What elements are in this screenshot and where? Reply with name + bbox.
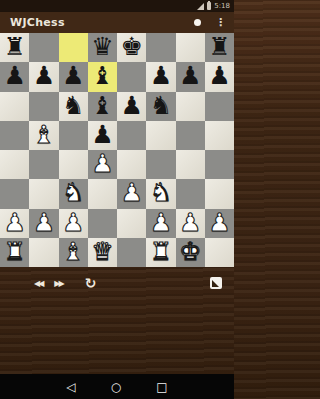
square-g3[interactable] xyxy=(176,179,205,208)
back-icon[interactable]: ◁ xyxy=(66,381,75,393)
status-bar: 5:18 xyxy=(0,0,234,12)
square-f3[interactable]: ♞ xyxy=(146,179,175,208)
white-pawn: ♟ xyxy=(91,150,113,178)
square-h6[interactable] xyxy=(205,92,234,121)
clock-time: 5:18 xyxy=(214,0,230,12)
square-h3[interactable] xyxy=(205,179,234,208)
white-queen: ♛ xyxy=(91,238,113,266)
black-king: ♚ xyxy=(120,33,142,61)
white-pawn: ♟ xyxy=(179,209,201,237)
rewind-button[interactable]: ◀◀ xyxy=(34,279,44,288)
square-b5[interactable]: ♝ xyxy=(29,121,58,150)
square-d3[interactable] xyxy=(88,179,117,208)
white-rook: ♜ xyxy=(3,238,25,266)
square-d6[interactable]: ♝ xyxy=(88,92,117,121)
square-c1[interactable]: ♝ xyxy=(59,238,88,267)
home-icon[interactable]: ○ xyxy=(111,381,121,393)
black-pawn: ♟ xyxy=(150,62,172,90)
square-f2[interactable]: ♟ xyxy=(146,209,175,238)
square-h8[interactable]: ♜ xyxy=(205,33,234,62)
square-a5[interactable] xyxy=(0,121,29,150)
square-f5[interactable] xyxy=(146,121,175,150)
square-d4[interactable]: ♟ xyxy=(88,150,117,179)
white-rook: ♜ xyxy=(150,238,172,266)
square-h7[interactable]: ♟ xyxy=(205,62,234,91)
square-f4[interactable] xyxy=(146,150,175,179)
square-a4[interactable] xyxy=(0,150,29,179)
black-pawn: ♟ xyxy=(208,62,230,90)
square-a3[interactable] xyxy=(0,179,29,208)
white-bishop: ♝ xyxy=(62,238,84,266)
recents-icon[interactable]: □ xyxy=(156,381,167,393)
white-king: ♚ xyxy=(179,238,201,266)
square-b8[interactable] xyxy=(29,33,58,62)
square-c8[interactable] xyxy=(59,33,88,62)
square-d1[interactable]: ♛ xyxy=(88,238,117,267)
app-bar-actions: ⋮ xyxy=(194,17,234,28)
black-bishop: ♝ xyxy=(91,62,113,90)
square-b7[interactable]: ♟ xyxy=(29,62,58,91)
square-g7[interactable]: ♟ xyxy=(176,62,205,91)
android-nav-bar: ◁ ○ □ xyxy=(0,374,234,399)
white-pawn: ♟ xyxy=(208,209,230,237)
black-pawn: ♟ xyxy=(3,62,25,90)
black-bishop: ♝ xyxy=(91,92,113,120)
square-f8[interactable] xyxy=(146,33,175,62)
square-e2[interactable] xyxy=(117,209,146,238)
white-pawn: ♟ xyxy=(33,209,55,237)
square-e6[interactable]: ♟ xyxy=(117,92,146,121)
black-queen: ♛ xyxy=(91,33,113,61)
black-rook: ♜ xyxy=(208,33,230,61)
square-a6[interactable] xyxy=(0,92,29,121)
square-c2[interactable]: ♟ xyxy=(59,209,88,238)
square-d5[interactable]: ♟ xyxy=(88,121,117,150)
square-b3[interactable] xyxy=(29,179,58,208)
square-f6[interactable]: ♞ xyxy=(146,92,175,121)
restart-icon[interactable]: ↻ xyxy=(85,275,97,291)
square-g5[interactable] xyxy=(176,121,205,150)
app-bar: WJChess ⋮ xyxy=(0,12,234,33)
square-e4[interactable] xyxy=(117,150,146,179)
square-e5[interactable] xyxy=(117,121,146,150)
square-g8[interactable] xyxy=(176,33,205,62)
square-g4[interactable] xyxy=(176,150,205,179)
square-b1[interactable] xyxy=(29,238,58,267)
black-pawn: ♟ xyxy=(179,62,201,90)
square-e3[interactable]: ♟ xyxy=(117,179,146,208)
black-rook: ♜ xyxy=(3,33,25,61)
white-pawn: ♟ xyxy=(150,209,172,237)
black-knight: ♞ xyxy=(150,92,172,120)
flip-board-icon[interactable] xyxy=(210,277,222,289)
square-d2[interactable] xyxy=(88,209,117,238)
square-b4[interactable] xyxy=(29,150,58,179)
battery-icon xyxy=(207,2,211,10)
app-title: WJChess xyxy=(0,16,65,29)
square-c3[interactable]: ♞ xyxy=(59,179,88,208)
square-c7[interactable]: ♟ xyxy=(59,62,88,91)
white-knight: ♞ xyxy=(150,179,172,207)
network-signal-icon xyxy=(197,3,204,10)
black-pawn: ♟ xyxy=(33,62,55,90)
square-c5[interactable] xyxy=(59,121,88,150)
square-a7[interactable]: ♟ xyxy=(0,62,29,91)
square-h2[interactable]: ♟ xyxy=(205,209,234,238)
square-e7[interactable] xyxy=(117,62,146,91)
square-h5[interactable] xyxy=(205,121,234,150)
square-d7[interactable]: ♝ xyxy=(88,62,117,91)
white-pawn: ♟ xyxy=(3,209,25,237)
square-c6[interactable]: ♞ xyxy=(59,92,88,121)
turn-indicator-dot xyxy=(194,19,201,26)
square-a2[interactable]: ♟ xyxy=(0,209,29,238)
white-pawn: ♟ xyxy=(120,179,142,207)
game-toolbar: ◀◀ ▶▶ ↻ xyxy=(0,267,234,299)
fast-forward-button[interactable]: ▶▶ xyxy=(54,279,64,288)
white-bishop: ♝ xyxy=(33,121,55,149)
square-c4[interactable] xyxy=(59,150,88,179)
square-f7[interactable]: ♟ xyxy=(146,62,175,91)
square-a1[interactable]: ♜ xyxy=(0,238,29,267)
white-knight: ♞ xyxy=(62,179,84,207)
square-g1[interactable]: ♚ xyxy=(176,238,205,267)
square-b6[interactable] xyxy=(29,92,58,121)
square-e1[interactable] xyxy=(117,238,146,267)
overflow-menu-icon[interactable]: ⋮ xyxy=(215,17,226,28)
black-pawn: ♟ xyxy=(62,62,84,90)
square-d8[interactable]: ♛ xyxy=(88,33,117,62)
square-h1[interactable] xyxy=(205,238,234,267)
white-pawn: ♟ xyxy=(62,209,84,237)
square-f1[interactable]: ♜ xyxy=(146,238,175,267)
black-pawn: ♟ xyxy=(91,121,113,149)
flip-board-triangle xyxy=(212,280,219,287)
square-g2[interactable]: ♟ xyxy=(176,209,205,238)
wood-background xyxy=(0,299,234,374)
chess-board: ♜♛♚♜♟♟♟♝♟♟♟♞♝♟♞♝♟♟♞♟♞♟♟♟♟♟♟♜♝♛♜♚ xyxy=(0,33,234,267)
black-pawn: ♟ xyxy=(120,92,142,120)
square-a8[interactable]: ♜ xyxy=(0,33,29,62)
square-b2[interactable]: ♟ xyxy=(29,209,58,238)
square-h4[interactable] xyxy=(205,150,234,179)
square-g6[interactable] xyxy=(176,92,205,121)
black-knight: ♞ xyxy=(62,92,84,120)
square-e8[interactable]: ♚ xyxy=(117,33,146,62)
